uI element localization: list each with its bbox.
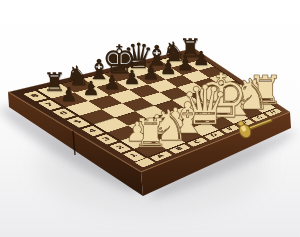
piece-black-pawn: ♟ (123, 68, 140, 87)
piece-black-pawn: ♟ (142, 63, 159, 82)
piece-white-rook: ♜ (133, 114, 169, 154)
piece-black-pawn: ♟ (160, 58, 177, 77)
piece-black-pawn: ♟ (103, 73, 120, 92)
chess-set-photo: 87654321 ABCDEFGH ♜♞♟♝♟♛♟♚♟♝♟♞♟♜♟♟♟♟♜♟♞♟… (0, 0, 300, 237)
pieces-layer: ♜♞♟♝♟♛♟♚♟♝♟♞♟♜♟♟♟♟♜♟♞♟♝♟♚♟♛♟♝♟♞♜ (0, 0, 300, 237)
piece-black-pawn: ♟ (60, 84, 77, 103)
piece-black-pawn: ♟ (176, 53, 193, 72)
piece-black-pawn: ♟ (82, 78, 99, 97)
